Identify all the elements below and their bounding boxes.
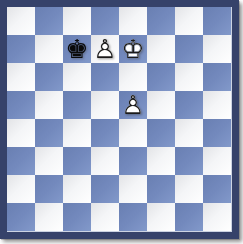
white-pawn-e5: ♟♙ — [119, 91, 147, 119]
square-e1[interactable] — [119, 203, 147, 231]
square-c6[interactable] — [63, 63, 91, 91]
square-c4[interactable] — [63, 119, 91, 147]
square-f4[interactable] — [147, 119, 175, 147]
chess-board: ♚♟♙♚♔♟♙ — [7, 7, 232, 232]
square-g2[interactable] — [175, 175, 203, 203]
square-h1[interactable] — [203, 203, 231, 231]
square-c2[interactable] — [63, 175, 91, 203]
square-f8[interactable] — [147, 7, 175, 35]
square-c3[interactable] — [63, 147, 91, 175]
white-pawn-outline: ♙ — [91, 35, 119, 63]
square-d8[interactable] — [91, 7, 119, 35]
square-c7[interactable]: ♚ — [63, 35, 91, 63]
square-a2[interactable] — [7, 175, 35, 203]
white-pawn-outline: ♙ — [119, 91, 147, 119]
square-b1[interactable] — [35, 203, 63, 231]
square-h2[interactable] — [203, 175, 231, 203]
white-pawn-glyph: ♟ — [91, 35, 119, 63]
square-e5[interactable]: ♟♙ — [119, 91, 147, 119]
square-a3[interactable] — [7, 147, 35, 175]
black-king-glyph: ♚ — [63, 35, 91, 63]
square-d1[interactable] — [91, 203, 119, 231]
square-a8[interactable] — [7, 7, 35, 35]
white-pawn-glyph: ♟ — [119, 91, 147, 119]
square-h7[interactable] — [203, 35, 231, 63]
white-pawn-d7: ♟♙ — [91, 35, 119, 63]
square-h8[interactable] — [203, 7, 231, 35]
square-f2[interactable] — [147, 175, 175, 203]
square-f5[interactable] — [147, 91, 175, 119]
square-g5[interactable] — [175, 91, 203, 119]
square-f6[interactable] — [147, 63, 175, 91]
square-a7[interactable] — [7, 35, 35, 63]
square-a6[interactable] — [7, 63, 35, 91]
square-d7[interactable]: ♟♙ — [91, 35, 119, 63]
square-a1[interactable] — [7, 203, 35, 231]
square-d3[interactable] — [91, 147, 119, 175]
square-b5[interactable] — [35, 91, 63, 119]
white-king-glyph: ♚ — [119, 35, 147, 63]
square-g6[interactable] — [175, 63, 203, 91]
square-b2[interactable] — [35, 175, 63, 203]
square-g1[interactable] — [175, 203, 203, 231]
square-b3[interactable] — [35, 147, 63, 175]
square-e7[interactable]: ♚♔ — [119, 35, 147, 63]
square-f1[interactable] — [147, 203, 175, 231]
square-d2[interactable] — [91, 175, 119, 203]
square-b6[interactable] — [35, 63, 63, 91]
white-king-e7: ♚♔ — [119, 35, 147, 63]
square-c5[interactable] — [63, 91, 91, 119]
black-king-c7: ♚ — [63, 35, 91, 63]
square-b8[interactable] — [35, 7, 63, 35]
square-g7[interactable] — [175, 35, 203, 63]
square-c8[interactable] — [63, 7, 91, 35]
square-h6[interactable] — [203, 63, 231, 91]
square-e8[interactable] — [119, 7, 147, 35]
square-e4[interactable] — [119, 119, 147, 147]
white-king-outline: ♔ — [119, 35, 147, 63]
square-e6[interactable] — [119, 63, 147, 91]
chess-diagram: ♚♟♙♚♔♟♙ — [0, 0, 243, 244]
square-a5[interactable] — [7, 91, 35, 119]
square-d4[interactable] — [91, 119, 119, 147]
square-g8[interactable] — [175, 7, 203, 35]
square-g3[interactable] — [175, 147, 203, 175]
square-d5[interactable] — [91, 91, 119, 119]
square-f7[interactable] — [147, 35, 175, 63]
square-e2[interactable] — [119, 175, 147, 203]
square-h4[interactable] — [203, 119, 231, 147]
square-g4[interactable] — [175, 119, 203, 147]
square-d6[interactable] — [91, 63, 119, 91]
square-e3[interactable] — [119, 147, 147, 175]
square-h5[interactable] — [203, 91, 231, 119]
board-frame: ♚♟♙♚♔♟♙ — [0, 0, 239, 239]
square-f3[interactable] — [147, 147, 175, 175]
square-c1[interactable] — [63, 203, 91, 231]
square-a4[interactable] — [7, 119, 35, 147]
square-h3[interactable] — [203, 147, 231, 175]
square-b7[interactable] — [35, 35, 63, 63]
square-b4[interactable] — [35, 119, 63, 147]
